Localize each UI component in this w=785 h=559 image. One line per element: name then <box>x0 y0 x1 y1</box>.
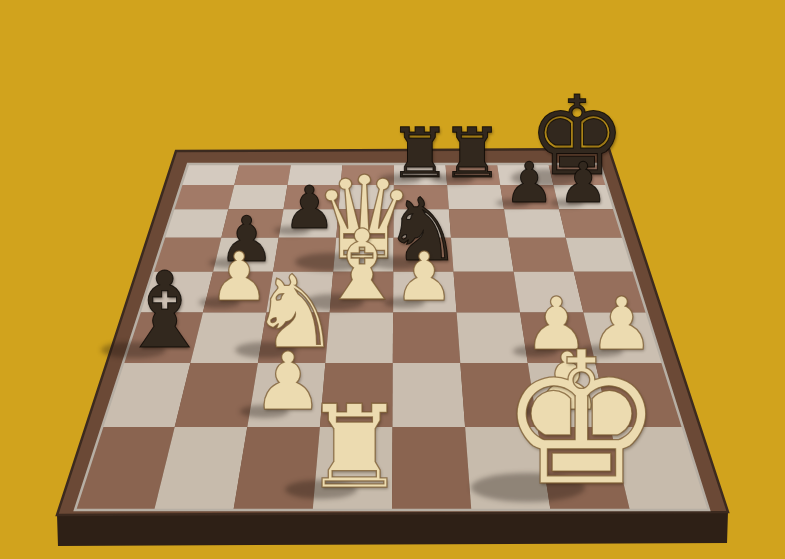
black-rook-f8[interactable]: ♜ <box>442 119 504 188</box>
square-f4[interactable] <box>454 272 521 313</box>
black-pawn-g7[interactable]: ♟ <box>504 155 554 211</box>
chess-board-3d-view: ♜♜♚♟♟♟♛♟♞♟♝♟♝♞♟♟♟♟♜♚ <box>0 0 785 559</box>
square-a8[interactable] <box>181 164 239 185</box>
black-bishop-a3[interactable]: ♝ <box>117 258 211 363</box>
square-g5[interactable] <box>508 238 573 272</box>
black-pawn-h7[interactable]: ♟ <box>558 155 608 211</box>
white-pawn-e4[interactable]: ♟ <box>394 244 454 311</box>
white-rook-d1[interactable]: ♜ <box>303 390 406 505</box>
white-king-g1[interactable]: ♚ <box>499 328 664 512</box>
